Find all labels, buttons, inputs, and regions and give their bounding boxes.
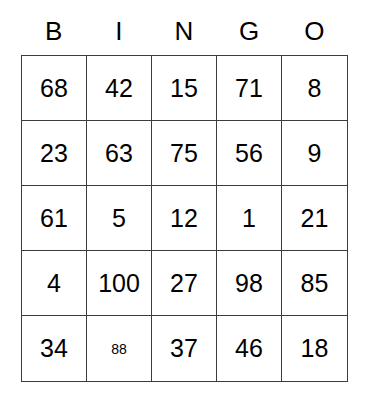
- header-letter-g: G: [217, 12, 282, 50]
- bingo-cell-r3c5[interactable]: 21: [282, 186, 347, 251]
- bingo-cell-r5c4[interactable]: 46: [217, 316, 282, 381]
- bingo-card: B I N G O 68 42 15 71 8 23 63 75 56 9 61…: [0, 0, 368, 400]
- header-letter-o: O: [282, 12, 347, 50]
- bingo-cell-r3c1[interactable]: 61: [22, 186, 87, 251]
- bingo-cell-r5c1[interactable]: 34: [22, 316, 87, 381]
- bingo-cell-r2c5[interactable]: 9: [282, 121, 347, 186]
- bingo-cell-r1c5[interactable]: 8: [282, 56, 347, 121]
- bingo-grid: 68 42 15 71 8 23 63 75 56 9 61 5 12 1 21…: [21, 55, 348, 382]
- bingo-cell-r4c2[interactable]: 100: [87, 251, 152, 316]
- bingo-cell-r3c2[interactable]: 5: [87, 186, 152, 251]
- bingo-cell-r2c3[interactable]: 75: [152, 121, 217, 186]
- header-letter-n: N: [151, 12, 216, 50]
- bingo-cell-r1c2[interactable]: 42: [87, 56, 152, 121]
- bingo-cell-r3c3[interactable]: 12: [152, 186, 217, 251]
- bingo-cell-r4c3[interactable]: 27: [152, 251, 217, 316]
- bingo-cell-r2c1[interactable]: 23: [22, 121, 87, 186]
- bingo-cell-r1c4[interactable]: 71: [217, 56, 282, 121]
- bingo-cell-r1c3[interactable]: 15: [152, 56, 217, 121]
- bingo-cell-r4c1[interactable]: 4: [22, 251, 87, 316]
- bingo-cell-r2c4[interactable]: 56: [217, 121, 282, 186]
- bingo-cell-r3c4[interactable]: 1: [217, 186, 282, 251]
- bingo-header: B I N G O: [21, 12, 347, 50]
- bingo-cell-r4c5[interactable]: 85: [282, 251, 347, 316]
- header-letter-i: I: [86, 12, 151, 50]
- bingo-cell-r5c5[interactable]: 18: [282, 316, 347, 381]
- bingo-cell-r2c2[interactable]: 63: [87, 121, 152, 186]
- bingo-cell-r1c1[interactable]: 68: [22, 56, 87, 121]
- bingo-cell-r5c2[interactable]: 88: [87, 316, 152, 381]
- header-letter-b: B: [21, 12, 86, 50]
- bingo-cell-r4c4[interactable]: 98: [217, 251, 282, 316]
- bingo-cell-r5c3[interactable]: 37: [152, 316, 217, 381]
